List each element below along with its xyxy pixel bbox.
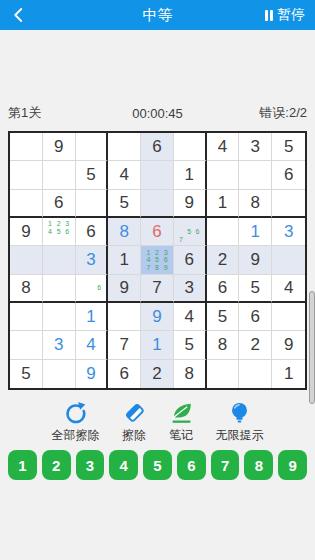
cell-value: 1: [86, 308, 95, 325]
numpad-button-4[interactable]: 4: [109, 450, 138, 480]
cell-r9c8[interactable]: [239, 360, 272, 388]
refresh-icon: [63, 400, 88, 425]
cell-r4c6[interactable]: 567: [174, 218, 207, 246]
cell-value: 6: [251, 308, 260, 325]
cell-r1c8[interactable]: 3: [239, 133, 272, 161]
cell-r2c4[interactable]: 4: [108, 161, 141, 189]
cell-r8c8[interactable]: 2: [239, 331, 272, 359]
cell-r7c5[interactable]: 9: [141, 303, 174, 331]
pause-label: 暂停: [277, 6, 305, 24]
status-row: 第1关 00:00:45 错误:2/2: [8, 104, 307, 122]
cell-r5c1[interactable]: [10, 246, 43, 274]
cell-r7c6[interactable]: 4: [174, 303, 207, 331]
cell-r8c2[interactable]: 3: [43, 331, 76, 359]
numpad-button-5[interactable]: 5: [143, 450, 172, 480]
numpad-button-2[interactable]: 2: [42, 450, 71, 480]
pencil-notes: 567: [174, 218, 205, 245]
numpad-button-1[interactable]: 1: [8, 450, 37, 480]
cell-r5c8[interactable]: 9: [239, 246, 272, 274]
leaf-icon: [169, 400, 194, 425]
cell-value: 8: [21, 279, 30, 296]
cell-value: 9: [185, 194, 194, 211]
cell-r9c2[interactable]: [43, 360, 76, 388]
cell-value: 1: [185, 166, 194, 183]
erase-button[interactable]: 擦除: [122, 400, 147, 444]
cell-value: 6: [185, 251, 194, 268]
cell-r4c9[interactable]: 3: [272, 218, 305, 246]
erase-all-button[interactable]: 全部擦除: [52, 400, 100, 444]
cell-r6c5[interactable]: 7: [141, 275, 174, 303]
cell-value: 6: [119, 365, 128, 382]
cell-r1c5[interactable]: 6: [141, 133, 174, 161]
cell-value: 4: [218, 138, 227, 155]
cell-value: 2: [152, 365, 161, 382]
cell-r2c1[interactable]: [10, 161, 43, 189]
scrollbar[interactable]: [309, 291, 315, 404]
cell-r1c3[interactable]: [76, 133, 109, 161]
cell-value: 1: [152, 336, 161, 353]
numpad-button-3[interactable]: 3: [76, 450, 105, 480]
cell-r6c9[interactable]: 4: [272, 275, 305, 303]
cell-r4c7[interactable]: [207, 218, 240, 246]
cell-value: 6: [284, 166, 293, 183]
cell-r8c3[interactable]: 4: [76, 331, 109, 359]
cell-value: 3: [54, 336, 63, 353]
cell-r1c6[interactable]: [174, 133, 207, 161]
cell-r5c9[interactable]: [272, 246, 305, 274]
pause-button[interactable]: 暂停: [265, 6, 305, 24]
cell-r8c5[interactable]: 1: [141, 331, 174, 359]
cell-r5c6[interactable]: 6: [174, 246, 207, 274]
cell-r2c8[interactable]: [239, 161, 272, 189]
cell-r6c1[interactable]: 8: [10, 275, 43, 303]
cell-r4c1[interactable]: 9: [10, 218, 43, 246]
cell-value: 6: [152, 138, 161, 155]
cell-value: 3: [185, 279, 194, 296]
cell-r3c6[interactable]: 9: [174, 190, 207, 218]
cell-r9c9[interactable]: 1: [272, 360, 305, 388]
cell-r3c4[interactable]: 5: [108, 190, 141, 218]
cell-value: 5: [86, 166, 95, 183]
lightbulb-icon: [227, 400, 252, 425]
pencil-notes: 6: [76, 275, 107, 301]
cell-value: 4: [119, 166, 128, 183]
cell-value: 8: [119, 223, 128, 240]
cell-r4c3[interactable]: 6: [76, 218, 109, 246]
cell-r2c7[interactable]: [207, 161, 240, 189]
cell-value: 4: [185, 308, 194, 325]
cell-value: 5: [21, 365, 30, 382]
cell-value: 9: [251, 251, 260, 268]
cell-r8c9[interactable]: 9: [272, 331, 305, 359]
cell-value: 7: [119, 336, 128, 353]
cell-r2c3[interactable]: 5: [76, 161, 109, 189]
cell-r5c5[interactable]: 123456789: [141, 246, 174, 274]
cell-r3c5[interactable]: [141, 190, 174, 218]
cell-value: 6: [152, 223, 161, 240]
cell-r1c2[interactable]: 9: [43, 133, 76, 161]
cell-value: 1: [119, 251, 128, 268]
cell-r6c4[interactable]: 9: [108, 275, 141, 303]
cell-value: 9: [86, 365, 95, 382]
cell-value: 1: [251, 223, 260, 240]
cell-r5c4[interactable]: 1: [108, 246, 141, 274]
cell-r3c3[interactable]: [76, 190, 109, 218]
back-chevron-icon: [10, 6, 28, 24]
cell-value: 5: [284, 138, 293, 155]
cell-value: 1: [284, 365, 293, 382]
cell-r1c1[interactable]: [10, 133, 43, 161]
cell-r3c9[interactable]: [272, 190, 305, 218]
erase-all-label: 全部擦除: [52, 427, 100, 444]
cell-value: 9: [54, 138, 63, 155]
cell-r4c4[interactable]: 8: [108, 218, 141, 246]
cell-value: 2: [218, 251, 227, 268]
cell-value: 5: [119, 194, 128, 211]
hint-button[interactable]: 无限提示: [216, 400, 264, 444]
eraser-icon: [122, 400, 147, 425]
cell-value: 9: [152, 308, 161, 325]
cell-r1c7[interactable]: 4: [207, 133, 240, 161]
cell-r8c4[interactable]: 7: [108, 331, 141, 359]
pencil-notes: 123456789: [141, 246, 173, 273]
cell-r7c9[interactable]: [272, 303, 305, 331]
numpad-button-8[interactable]: 8: [244, 450, 273, 480]
cell-r7c2[interactable]: [43, 303, 76, 331]
cell-r8c6[interactable]: 5: [174, 331, 207, 359]
cell-value: 4: [284, 279, 293, 296]
cell-value: 3: [86, 251, 95, 268]
cell-r7c8[interactable]: 6: [239, 303, 272, 331]
notes-button[interactable]: 笔记: [169, 400, 194, 444]
cell-r2c9[interactable]: 6: [272, 161, 305, 189]
erase-label: 擦除: [122, 427, 146, 444]
numpad-button-7[interactable]: 7: [211, 450, 240, 480]
cell-value: 4: [86, 336, 95, 353]
cell-r4c8[interactable]: 1: [239, 218, 272, 246]
cell-r6c2[interactable]: [43, 275, 76, 303]
cell-r9c6[interactable]: 8: [174, 360, 207, 388]
pencil-notes: 123456: [43, 218, 75, 245]
cell-value: 3: [251, 138, 260, 155]
top-bar: 中等 暂停: [0, 0, 315, 30]
cell-r3c2[interactable]: 6: [43, 190, 76, 218]
cell-r4c5[interactable]: 6: [141, 218, 174, 246]
toolbar: 全部擦除 擦除 笔记 无限提示: [0, 400, 315, 444]
cell-r1c4[interactable]: [108, 133, 141, 161]
cell-value: 9: [21, 223, 30, 240]
cell-value: 9: [284, 336, 293, 353]
timer: 00:00:45: [8, 106, 307, 121]
cell-value: 5: [218, 308, 227, 325]
cell-r2c5[interactable]: [141, 161, 174, 189]
cell-value: 9: [119, 279, 128, 296]
cell-r1c9[interactable]: 5: [272, 133, 305, 161]
cell-r2c6[interactable]: 1: [174, 161, 207, 189]
numpad-button-9[interactable]: 9: [278, 450, 307, 480]
notes-label: 笔记: [169, 427, 193, 444]
cell-r3c7[interactable]: 1: [207, 190, 240, 218]
cell-r8c1[interactable]: [10, 331, 43, 359]
cell-value: 6: [54, 194, 63, 211]
cell-value: 8: [218, 336, 227, 353]
cell-r2c2[interactable]: [43, 161, 76, 189]
cell-r9c5[interactable]: 2: [141, 360, 174, 388]
cell-r9c3[interactable]: 9: [76, 360, 109, 388]
cell-r6c6[interactable]: 3: [174, 275, 207, 303]
numpad: 123456789: [8, 450, 307, 480]
numpad-button-6[interactable]: 6: [177, 450, 206, 480]
cell-r9c1[interactable]: 5: [10, 360, 43, 388]
cell-r3c1[interactable]: [10, 190, 43, 218]
pause-icon: [265, 10, 273, 21]
cell-r6c3[interactable]: 6: [76, 275, 109, 303]
back-button[interactable]: [10, 6, 28, 24]
cell-value: 8: [185, 365, 194, 382]
cell-r9c7[interactable]: [207, 360, 240, 388]
cell-r9c4[interactable]: 6: [108, 360, 141, 388]
cell-r6c7[interactable]: 6: [207, 275, 240, 303]
cell-r7c3[interactable]: 1: [76, 303, 109, 331]
cell-r3c8[interactable]: 8: [239, 190, 272, 218]
cell-value: 3: [284, 223, 293, 240]
hint-label: 无限提示: [216, 427, 264, 444]
cell-r7c4[interactable]: [108, 303, 141, 331]
cell-value: 7: [152, 279, 161, 296]
cell-value: 2: [251, 336, 260, 353]
cell-value: 5: [185, 336, 194, 353]
cell-r6c8[interactable]: 5: [239, 275, 272, 303]
cell-r5c2[interactable]: [43, 246, 76, 274]
cell-value: 6: [86, 223, 95, 240]
cell-value: 5: [251, 279, 260, 296]
cell-value: 1: [218, 194, 227, 211]
sudoku-board[interactable]: 9643554166591891234566865671331123456789…: [8, 131, 307, 390]
cell-r4c2[interactable]: 123456: [43, 218, 76, 246]
cell-value: 8: [251, 194, 260, 211]
cell-value: 6: [218, 279, 227, 296]
cell-r8c7[interactable]: 8: [207, 331, 240, 359]
cell-r5c3[interactable]: 3: [76, 246, 109, 274]
cell-r5c7[interactable]: 2: [207, 246, 240, 274]
cell-r7c1[interactable]: [10, 303, 43, 331]
cell-r7c7[interactable]: 5: [207, 303, 240, 331]
